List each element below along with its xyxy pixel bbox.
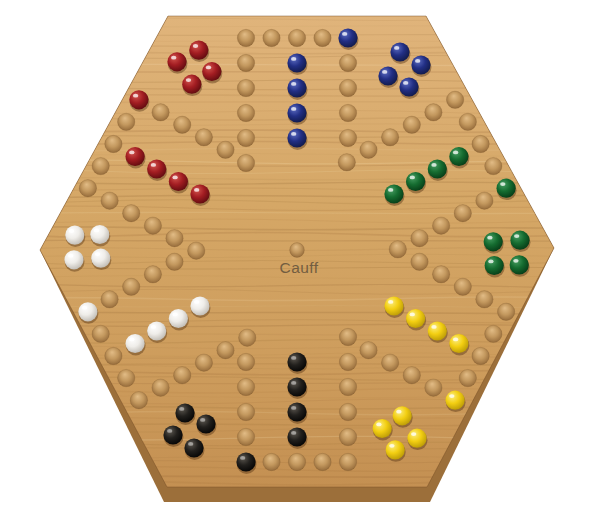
hole-yellow-rightcol-3[interactable]: [360, 342, 377, 359]
hole-black-edge-2[interactable]: [288, 453, 305, 470]
hole-blue-rightcol-0[interactable]: [339, 54, 356, 71]
hole-black-edge-3[interactable]: [263, 453, 280, 470]
hole-green-valley-0[interactable]: [338, 154, 355, 171]
hole-white-valley-0[interactable]: [239, 329, 256, 346]
hole-blue-edge-1[interactable]: [263, 29, 280, 46]
hole-green-leftcol-1[interactable]: [403, 116, 420, 133]
hole-red-leftcol-1[interactable]: [123, 205, 140, 222]
wahoo-board: Cauff: [0, 0, 590, 515]
hole-yellow-valley-0[interactable]: [389, 241, 406, 258]
hole-blue-leftcol-3[interactable]: [237, 129, 254, 146]
hole-green-leftcol-2[interactable]: [381, 129, 398, 146]
hole-black-leftcol-2[interactable]: [339, 378, 356, 395]
hole-red-rightcol-2[interactable]: [195, 129, 212, 146]
hole-blue-leftcol-2[interactable]: [237, 104, 254, 121]
hole-blue-edge-2[interactable]: [288, 29, 305, 46]
hole-yellow-edge-2[interactable]: [472, 347, 489, 364]
hole-white-rightcol-1[interactable]: [123, 278, 140, 295]
board-photo-stage: Cauff: [0, 0, 590, 515]
hole-green-edge-0[interactable]: [446, 91, 463, 108]
hole-green-edge-3[interactable]: [485, 157, 502, 174]
hole-white-rightcol-3[interactable]: [166, 253, 183, 270]
hole-black-rightcol-3[interactable]: [237, 353, 254, 370]
hole-blue-valley-0[interactable]: [237, 154, 254, 171]
hole-red-leftcol-2[interactable]: [144, 217, 161, 234]
hole-red-edge-1[interactable]: [92, 157, 109, 174]
hole-yellow-edge-1[interactable]: [485, 325, 502, 342]
hole-green-leftcol-3[interactable]: [360, 141, 377, 158]
hole-white-rightcol-2[interactable]: [144, 266, 161, 283]
hole-white-edge-2[interactable]: [105, 347, 122, 364]
hole-blue-edge-3[interactable]: [314, 29, 331, 46]
hole-blue-rightcol-2[interactable]: [339, 104, 356, 121]
hole-white-leftcol-1[interactable]: [174, 367, 191, 384]
hole-green-rightcol-3[interactable]: [411, 230, 428, 247]
hole-red-edge-2[interactable]: [105, 135, 122, 152]
hole-black-edge-1[interactable]: [314, 453, 331, 470]
hole-yellow-rightcol-1[interactable]: [403, 367, 420, 384]
hole-yellow-leftcol-1[interactable]: [454, 278, 471, 295]
hole-white-edge-1[interactable]: [118, 369, 135, 386]
hole-black-rightcol-2[interactable]: [237, 378, 254, 395]
hole-black-edge-0[interactable]: [339, 453, 356, 470]
hole-yellow-leftcol-3[interactable]: [411, 253, 428, 270]
hole-yellow-leftcol-0[interactable]: [476, 291, 493, 308]
hole-yellow-edge-3[interactable]: [459, 369, 476, 386]
hole-black-leftcol-1[interactable]: [339, 403, 356, 420]
hole-white-leftcol-0[interactable]: [152, 379, 169, 396]
hole-red-rightcol-0[interactable]: [152, 104, 169, 121]
hole-blue-leftcol-1[interactable]: [237, 79, 254, 96]
hole-blue-rightcol-3[interactable]: [339, 129, 356, 146]
hole-black-valley-0[interactable]: [339, 328, 356, 345]
hole-black-leftcol-0[interactable]: [339, 428, 356, 445]
hole-yellow-edge-0[interactable]: [497, 303, 514, 320]
hole-red-leftcol-0[interactable]: [101, 192, 118, 209]
hole-red-edge-0[interactable]: [79, 180, 96, 197]
hole-black-rightcol-1[interactable]: [237, 403, 254, 420]
brand-engraving: Cauff: [280, 259, 319, 276]
hole-yellow-leftcol-2[interactable]: [432, 266, 449, 283]
hole-center[interactable]: [290, 243, 305, 258]
hole-blue-edge-0[interactable]: [237, 29, 254, 46]
hole-blue-rightcol-1[interactable]: [339, 79, 356, 96]
hole-yellow-rightcol-2[interactable]: [381, 354, 398, 371]
hole-black-rightcol-0[interactable]: [237, 428, 254, 445]
hole-white-leftcol-3[interactable]: [217, 342, 234, 359]
hole-green-edge-2[interactable]: [472, 135, 489, 152]
hole-green-edge-1[interactable]: [459, 113, 476, 130]
hole-white-rightcol-0[interactable]: [101, 291, 118, 308]
hole-red-edge-3[interactable]: [118, 113, 135, 130]
hole-red-valley-0[interactable]: [188, 242, 205, 259]
hole-red-leftcol-3[interactable]: [166, 230, 183, 247]
hole-green-rightcol-0[interactable]: [476, 192, 493, 209]
hole-white-edge-3[interactable]: [92, 325, 109, 342]
hole-blue-leftcol-0[interactable]: [237, 54, 254, 71]
hole-white-edge-0[interactable]: [130, 392, 147, 409]
hole-yellow-rightcol-0[interactable]: [425, 379, 442, 396]
hole-black-leftcol-3[interactable]: [339, 353, 356, 370]
hole-red-rightcol-3[interactable]: [217, 141, 234, 158]
hole-red-rightcol-1[interactable]: [174, 116, 191, 133]
hole-white-leftcol-2[interactable]: [195, 354, 212, 371]
hole-green-rightcol-2[interactable]: [432, 217, 449, 234]
hole-green-rightcol-1[interactable]: [454, 205, 471, 222]
hole-green-leftcol-0[interactable]: [425, 104, 442, 121]
